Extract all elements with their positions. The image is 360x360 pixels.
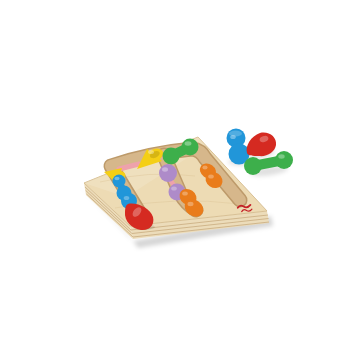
product-photo [0, 0, 360, 360]
piece-blue-spool-loose[interactable] [227, 129, 250, 165]
loose-pieces [227, 129, 294, 176]
highlight [162, 167, 168, 171]
highlight [188, 202, 194, 206]
highlight [202, 166, 207, 170]
dumbbell-bulb [275, 151, 293, 169]
highlight [208, 175, 214, 179]
dumbbell-bulb [244, 157, 262, 175]
highlight [124, 196, 130, 200]
highlight [114, 177, 119, 181]
dumbbell-bulb [163, 148, 180, 165]
highlight [230, 135, 236, 139]
highlight [182, 192, 188, 196]
highlight [185, 141, 192, 145]
highlight [278, 154, 284, 158]
dumbbell-bulb [182, 139, 199, 156]
highlight [171, 187, 177, 191]
scene [0, 0, 360, 360]
highlight [148, 150, 154, 154]
piece-purple-ball[interactable] [159, 164, 177, 182]
spool-top-face [229, 131, 242, 137]
bead-body [159, 164, 177, 182]
